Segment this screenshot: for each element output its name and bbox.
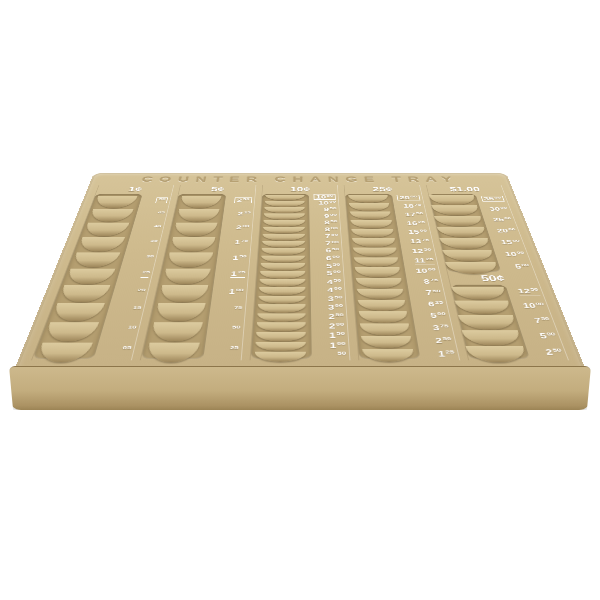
amount-label: 750 [513,313,556,328]
amount-label: 05 [92,339,137,360]
coin-slot [259,226,308,233]
coin-slot [357,334,417,347]
amount-label: 500 [411,310,450,322]
coin-slot-row: 1375 [349,237,433,246]
amount-label: 875 [405,276,442,287]
amount-label: 150 [214,250,250,266]
coin-slot [352,276,406,287]
coin-slot [347,219,396,228]
coin-slot-row: 30 [68,250,158,266]
coin-slot [259,233,308,240]
coin-slot-row: 25 [62,266,154,283]
coin-slot [256,278,309,286]
coin-slot [80,220,133,234]
coin-slot-row: 75 [151,300,246,319]
coin-slot [173,207,223,221]
denomination-columns: 1¢504540353025201510055¢2502252001751501… [32,185,568,360]
amount-label: 100 [310,340,349,350]
coin-slot-row: 200 [170,220,253,234]
amount-label: 10 [98,319,141,339]
coin-slot-row: 100 [155,283,247,301]
embossed-product-title: COUNTER CHANGE TRAY [90,175,511,183]
coin-slot-row: 1625 [347,219,428,228]
coin-slot [48,300,110,319]
coin-slot-row: 250 [176,194,255,207]
coin-slot-row: 10 [40,319,141,339]
amount-label: 1000 [508,298,550,312]
amount-label: 25 [115,266,154,283]
amount-label: 25 [201,339,242,360]
coin-slot-row: 850 [260,219,340,226]
coin-slot [257,254,308,262]
denomination-header: 25¢ [345,185,421,194]
amount-label: 2000 [391,194,423,202]
coin-slot [170,220,221,234]
coin-slot-row: 625 [354,298,447,310]
amount-label: 500 [496,260,535,273]
amount-label: 1375 [398,237,433,246]
coin-slot [461,328,523,344]
coin-slot [354,298,410,310]
amount-label: 800 [308,226,340,233]
coin-slot [151,300,210,319]
coin-slot [349,237,400,246]
coin-slot [351,256,404,266]
amount-label: 250 [309,312,346,321]
amount-label: 250 [523,344,568,361]
amount-label: 1750 [394,210,427,219]
amount-label: 125 [212,266,249,283]
coin-slot [442,248,496,260]
coin-slot-row: 750 [457,313,555,328]
amount-label: 700 [308,240,341,247]
amount-label: 225 [221,207,254,221]
amount-label: 650 [308,247,342,254]
coin-slot-row: 1750 [347,210,427,219]
amount-label: 2500 [481,214,516,225]
coin-slot-row: 20 [55,283,150,301]
amount-label: 200 [310,321,348,330]
coin-slot-row: 1000 [351,266,439,276]
tray-front-edge [9,366,591,410]
coin-slot [257,262,309,270]
coin-slot [252,331,310,341]
coin-slot-row: 175 [166,235,251,250]
coin-slot [62,266,120,283]
amount-label: 450 [309,278,344,286]
coin-slot [256,270,309,278]
amount-label: 550 [309,262,344,270]
coin-slot-row: 450 [256,278,345,286]
coin-slot-row: 35 [74,235,161,250]
coin-slot-row: 200 [252,321,347,330]
tray-top-surface: COUNTER CHANGE TRAY 1¢504540353025201510… [15,173,585,368]
coin-slot [450,284,508,298]
coin-slot [74,235,129,250]
coin-slot [353,287,408,298]
amount-label: 30 [120,250,158,266]
amount-label: 850 [308,219,340,226]
coin-slot [252,321,309,330]
coin-slot [428,194,477,204]
denomination-section: $1.00350030002500200015001000500 [426,185,534,273]
coin-slot-row: 225 [173,207,254,221]
coin-slot [163,250,217,266]
coin-slot-row: 45 [86,207,169,221]
coin-slot [457,313,518,328]
coin-slot-row: 800 [259,226,340,233]
coin-channel: 1050100095090085080075070065060055050045… [250,194,349,361]
coin-slot-row: 100 [251,340,349,350]
coin-slot-row: 500 [256,270,344,278]
coin-slot [345,194,392,202]
coin-slot-row: 1000 [454,298,550,312]
product-photo-background: COUNTER CHANGE TRAY 1¢504540353025201510… [0,0,600,600]
denomination-section: 10¢1050100095090085080075070065060055050… [250,185,349,360]
amount-label: 1625 [395,219,429,228]
amount-label: 400 [309,286,345,294]
amount-label: 50 [138,194,172,207]
amount-label: 40 [129,220,165,234]
coin-slot [355,310,412,322]
coin-slot-row: 750 [259,233,341,240]
amount-label: 500 [518,328,562,344]
coin-slot-row: 2000 [436,225,520,236]
coin-channel: 12501000750500250 [450,284,568,360]
amount-label: 2000 [484,225,520,236]
coin-slot-row: 250 [357,334,456,347]
amount-label: 1000 [492,248,530,260]
coin-slot-row: 1500 [439,236,525,248]
coin-slot-row: 500 [461,328,562,344]
denomination-header: 5¢ [179,185,255,194]
coin-slot-row: 400 [255,286,345,294]
amount-label: 3500 [474,194,508,204]
coin-slot [254,303,310,312]
coin-slot [260,219,308,226]
coin-slot [454,298,513,312]
amount-label: 500 [309,270,344,278]
amount-label: 350 [309,294,345,303]
coin-slot-row: 125 [358,347,458,360]
coin-slot-row: 40 [80,220,165,234]
amount-label: 1875 [392,202,424,210]
coin-slot [141,339,204,360]
coin-slot [55,283,115,301]
amount-label: 300 [309,303,346,312]
coin-slot [433,214,484,225]
coin-slot [351,266,404,276]
amount-label: 250 [223,194,255,207]
coin-slot [255,286,309,294]
denomination-header: 50¢ [448,273,539,285]
coin-slot-row: 350 [254,294,345,303]
coin-slot [146,319,207,339]
amount-label: 600 [309,254,343,262]
amount-label: 1500 [488,236,525,248]
coin-slot-row: 3000 [431,204,512,214]
amount-label: 125 [417,347,459,360]
coin-slot-row: 550 [257,262,343,270]
coin-slot [159,266,214,283]
coin-slot-row: 300 [254,303,346,312]
coin-slot [350,246,402,256]
coin-slot [436,225,488,236]
coin-slot-row: 500 [355,310,450,322]
coin-slot-row: 650 [258,247,342,254]
coin-slot [68,250,124,266]
coin-slot [91,194,141,207]
coin-slot [40,319,104,339]
amount-label: 1125 [401,256,437,266]
coin-channel: 350030002500200015001000500 [428,194,534,273]
amount-label: 1250 [400,246,435,256]
coin-slot-row: 2500 [433,214,516,225]
coin-slot-row: 50 [250,350,349,360]
coin-slot [253,312,309,321]
coin-slot [347,210,395,219]
coin-slot [431,204,481,214]
coin-slot-row: 50 [91,194,172,207]
coin-slot [32,339,98,360]
coin-slot-row: 05 [32,339,136,360]
coin-tray: COUNTER CHANGE TRAY 1¢504540353025201510… [15,0,585,368]
coin-slot-row: 1500 [348,227,430,236]
coin-slot [444,260,499,273]
coin-slot-row: 1875 [346,202,425,210]
amount-label: 1500 [397,227,431,236]
denomination-section: 50¢12501000750500250 [448,273,569,361]
amount-label: 15 [104,300,146,319]
coin-slot-row: 15 [48,300,146,319]
coin-slot-row: 2000 [345,194,422,202]
coin-slot-row: 1125 [351,256,438,266]
amount-label: 375 [413,322,453,334]
coin-slot-row: 1250 [350,246,435,256]
amount-label: 1000 [403,266,440,276]
coin-slot-row: 375 [356,322,453,334]
coin-slot-row: 250 [253,312,347,321]
denomination-header: 1¢ [96,185,174,194]
amount-label: 150 [310,331,349,341]
coin-slot [166,235,218,250]
coin-slot [258,240,308,247]
amount-label: 75 [207,300,246,319]
coin-slot [346,202,394,210]
coin-slot-row: 1000 [442,248,530,260]
amount-label: 50 [204,319,244,339]
amount-label: 250 [415,334,456,347]
coin-slot [254,294,309,303]
coin-slot [176,194,224,207]
coin-slot [348,227,398,236]
coin-slot-row: 250 [465,344,568,361]
coin-slot-row: 50 [146,319,244,339]
coin-slot-row: 150 [163,250,250,266]
coin-slot [155,283,212,301]
amount-label: 45 [134,207,169,221]
amount-label: 750 [407,287,445,298]
coin-slot [439,236,492,248]
amount-label: 35 [125,235,162,250]
coin-slot-row: 875 [352,276,442,287]
coin-slot-row: 700 [258,240,341,247]
coin-slot [258,247,309,254]
coin-slot [250,350,310,360]
coin-slot-row: 3500 [428,194,507,204]
coin-slot-row: 750 [353,287,444,298]
amount-label: 20 [110,283,150,301]
coin-slot [465,344,529,361]
coin-slot-row: 600 [257,254,342,262]
coin-slot-row: 25 [141,339,242,360]
amount-label: 175 [217,235,252,250]
coin-slot-row: 125 [159,266,249,283]
column-2: 10¢1050100095090085080075070065060055050… [250,185,349,360]
coin-slot-row: 1250 [450,284,544,298]
coin-slot [358,347,419,360]
denomination-header: 10¢ [262,185,338,194]
amount-label: 1250 [504,284,545,298]
coin-slot-row: 500 [444,260,534,273]
coin-slot [356,322,415,334]
coin-slot [86,207,138,221]
amount-label: 750 [308,233,341,240]
amount-label: 200 [219,220,253,234]
amount-label: 625 [409,298,448,310]
coin-slot [251,340,310,350]
amount-label: 100 [209,283,247,301]
amount-label: 50 [310,350,350,360]
coin-slot-row: 150 [252,331,348,341]
amount-label: 3000 [477,204,512,214]
denomination-header: $1.00 [426,185,504,194]
